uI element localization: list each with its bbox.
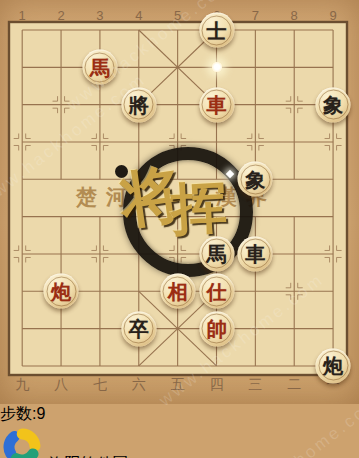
top-coordinate-9: 9 <box>329 8 336 23</box>
piece-glyph: 車 <box>207 95 227 115</box>
piece-glyph: 相 <box>168 281 188 301</box>
piece-glyph: 車 <box>245 244 265 264</box>
piece-glyph: 炮 <box>323 356 343 376</box>
top-coordinate-7: 7 <box>252 8 259 23</box>
piece-glyph: 士 <box>207 20 227 40</box>
bottom-coordinate-2: 八 <box>54 376 68 394</box>
xiangqi-game-screen: 123456789 九八七六五四三二一 楚河 漢界 将 挥 士 馬 將 車 象 … <box>0 0 359 458</box>
center-ink-logo: 将 挥 <box>123 147 227 251</box>
step-counter-value: 9 <box>36 405 45 422</box>
bottom-status-bar: 步数:9 洛阳软件园 <box>0 404 359 458</box>
bottom-coordinate-1: 九 <box>15 376 29 394</box>
top-coordinate-2: 2 <box>57 8 64 23</box>
step-counter-label: 步数: <box>0 405 36 422</box>
piece-black-chariot[interactable]: 車 <box>238 236 273 271</box>
piece-black-advisor[interactable]: 士 <box>199 13 234 48</box>
piece-glyph: 象 <box>245 169 265 189</box>
bottom-coordinate-6: 四 <box>210 376 224 394</box>
top-coordinate-1: 1 <box>19 8 26 23</box>
top-coordinate-8: 8 <box>291 8 298 23</box>
piece-black-soldier[interactable]: 卒 <box>121 311 156 346</box>
piece-black-horse[interactable]: 馬 <box>199 236 234 271</box>
piece-red-chariot[interactable]: 車 <box>199 87 234 122</box>
piece-glyph: 帥 <box>207 319 227 339</box>
piece-glyph: 卒 <box>129 319 149 339</box>
bottom-coordinate-5: 五 <box>171 376 185 394</box>
piece-glyph: 馬 <box>90 57 110 77</box>
top-coordinate-3: 3 <box>96 8 103 23</box>
piece-black-general[interactable]: 將 <box>121 87 156 122</box>
site-swirl-logo-icon <box>0 425 44 458</box>
bottom-coordinate-8: 二 <box>287 376 301 394</box>
piece-black-elephant[interactable]: 象 <box>238 162 273 197</box>
top-coordinate-5: 5 <box>174 8 181 23</box>
piece-red-general[interactable]: 帥 <box>199 311 234 346</box>
piece-black-cannon[interactable]: 炮 <box>316 348 351 383</box>
xiangqi-board[interactable]: 123456789 九八七六五四三二一 楚河 漢界 将 挥 士 馬 將 車 象 … <box>0 0 359 404</box>
step-counter: 步数:9 <box>0 404 359 425</box>
piece-glyph: 仕 <box>207 281 227 301</box>
piece-glyph: 炮 <box>51 281 71 301</box>
site-watermark-panel: 洛阳软件园 <box>0 425 359 458</box>
piece-red-advisor[interactable]: 仕 <box>199 274 234 309</box>
piece-red-cannon[interactable]: 炮 <box>44 274 79 309</box>
piece-glyph: 馬 <box>207 244 227 264</box>
piece-glyph: 將 <box>129 95 149 115</box>
last-move-highlight <box>211 62 222 73</box>
top-coordinate-4: 4 <box>135 8 142 23</box>
piece-glyph: 象 <box>323 95 343 115</box>
piece-black-elephant[interactable]: 象 <box>316 87 351 122</box>
bottom-coordinate-4: 六 <box>132 376 146 394</box>
piece-red-horse[interactable]: 馬 <box>82 50 117 85</box>
bottom-coordinate-7: 三 <box>248 376 262 394</box>
piece-red-elephant[interactable]: 相 <box>160 274 195 309</box>
bottom-coordinate-3: 七 <box>93 376 107 394</box>
